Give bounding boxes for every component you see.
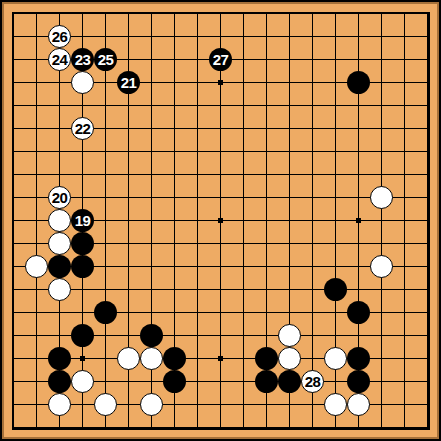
move-number-label: 25 — [98, 52, 114, 67]
move-number-label: 21 — [121, 75, 137, 90]
stone-black-move-19[interactable]: 19 — [71, 209, 94, 232]
stone-black[interactable] — [71, 255, 94, 278]
stone-black[interactable] — [347, 301, 370, 324]
stone-black[interactable] — [347, 71, 370, 94]
stone-black-move-25[interactable]: 25 — [94, 48, 117, 71]
stone-white[interactable] — [48, 278, 71, 301]
stone-black[interactable] — [278, 370, 301, 393]
move-number-label: 24 — [52, 52, 68, 67]
stone-black[interactable] — [163, 347, 186, 370]
move-number-label: 19 — [75, 213, 91, 228]
move-number-label: 28 — [305, 374, 321, 389]
stone-white[interactable] — [48, 209, 71, 232]
stone-black[interactable] — [347, 370, 370, 393]
stone-white-move-22[interactable]: 22 — [71, 117, 94, 140]
stone-black-move-27[interactable]: 27 — [209, 48, 232, 71]
stone-black[interactable] — [255, 370, 278, 393]
stone-black[interactable] — [48, 370, 71, 393]
stone-white-move-28[interactable]: 28 — [301, 370, 324, 393]
stone-black[interactable] — [255, 347, 278, 370]
stone-white[interactable] — [347, 393, 370, 416]
stone-black[interactable] — [48, 255, 71, 278]
stone-white[interactable] — [140, 347, 163, 370]
stone-black-move-21[interactable]: 21 — [117, 71, 140, 94]
stone-black[interactable] — [347, 347, 370, 370]
stone-white[interactable] — [278, 347, 301, 370]
stone-white[interactable] — [48, 232, 71, 255]
stone-white[interactable] — [94, 393, 117, 416]
move-number-label: 22 — [75, 121, 91, 136]
stone-white-move-24[interactable]: 24 — [48, 48, 71, 71]
stone-white[interactable] — [117, 347, 140, 370]
stone-white[interactable] — [370, 255, 393, 278]
stone-white-move-20[interactable]: 20 — [48, 186, 71, 209]
stone-black[interactable] — [71, 324, 94, 347]
stone-black[interactable] — [48, 347, 71, 370]
stone-white[interactable] — [48, 393, 71, 416]
stone-black[interactable] — [71, 232, 94, 255]
stone-white[interactable] — [278, 324, 301, 347]
stone-white-move-26[interactable]: 26 — [48, 25, 71, 48]
stone-black[interactable] — [94, 301, 117, 324]
stone-white[interactable] — [25, 255, 48, 278]
stone-white[interactable] — [324, 393, 347, 416]
stone-white[interactable] — [71, 370, 94, 393]
stone-white[interactable] — [140, 393, 163, 416]
move-number-label: 20 — [52, 190, 68, 205]
stone-white[interactable] — [71, 71, 94, 94]
stone-white[interactable] — [370, 186, 393, 209]
stone-black[interactable] — [140, 324, 163, 347]
move-number-label: 23 — [75, 52, 91, 67]
stone-black-move-23[interactable]: 23 — [71, 48, 94, 71]
board-intersections-grid[interactable]: 26242325272122201928 — [2, 2, 439, 439]
move-number-label: 26 — [52, 29, 68, 44]
go-board: 26242325272122201928 — [0, 0, 441, 441]
stone-black[interactable] — [324, 278, 347, 301]
stone-white[interactable] — [324, 347, 347, 370]
stone-black[interactable] — [163, 370, 186, 393]
move-number-label: 27 — [213, 52, 229, 67]
